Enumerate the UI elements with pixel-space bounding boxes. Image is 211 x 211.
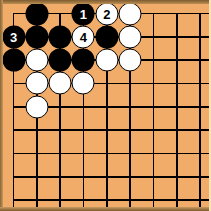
black-stone [72,49,95,72]
white-stone [119,25,142,48]
grid-line-horizontal [13,199,209,201]
board-border-bottom [0,207,211,211]
white-stone [25,95,48,118]
grid-line-horizontal [13,153,209,155]
black-stone [25,2,48,25]
go-board-diagram: 1234 [0,0,211,211]
black-stone: 1 [72,2,95,25]
grid-line-vertical [153,13,155,207]
white-stone: 2 [95,2,118,25]
go-board-grid: 1234 [0,0,211,211]
grid-line-vertical [199,13,201,207]
move-number: 2 [103,7,110,20]
move-number: 3 [10,30,17,43]
board-border-right [209,0,211,211]
grid-line-horizontal [13,176,209,178]
white-stone [25,49,48,72]
white-stone: 4 [72,25,95,48]
white-stone [25,72,48,95]
black-stone [2,49,25,72]
black-stone [49,25,72,48]
white-stone [49,72,72,95]
black-stone: 3 [2,25,25,48]
white-stone [95,49,118,72]
grid-line-vertical [176,13,178,207]
move-number: 1 [80,7,87,20]
white-stone [72,72,95,95]
black-stone [49,49,72,72]
grid-line-horizontal [13,129,209,131]
black-stone [25,25,48,48]
white-stone [119,2,142,25]
board-border-left [0,0,3,211]
black-stone [95,25,118,48]
move-number: 4 [80,30,87,43]
white-stone [119,49,142,72]
board-border-top [0,0,211,4]
